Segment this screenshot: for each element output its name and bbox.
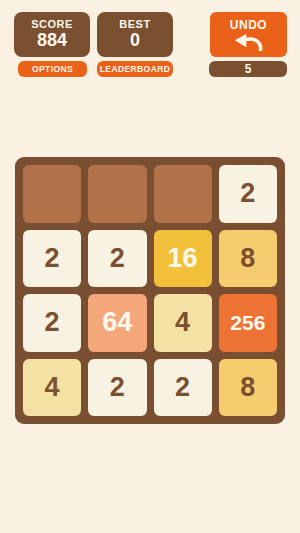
empty-cell-r1c1 xyxy=(23,165,81,223)
tile-2-r2c1: 2 xyxy=(23,230,81,288)
empty-cell-r1c3 xyxy=(154,165,212,223)
score-box: SCORE 884 xyxy=(14,12,90,57)
leaderboard-button[interactable]: LEADERBOARD xyxy=(97,61,173,77)
score-label: SCORE xyxy=(31,18,73,31)
best-box: BEST 0 xyxy=(97,12,173,57)
score-value: 884 xyxy=(37,30,67,51)
undo-count-badge: 5 xyxy=(209,61,287,77)
tile-2-r4c2: 2 xyxy=(88,359,146,417)
best-label: BEST xyxy=(119,18,150,31)
tile-16-r2c3: 16 xyxy=(154,230,212,288)
tile-2-r3c1: 2 xyxy=(23,294,81,352)
tile-256-r3c4: 256 xyxy=(219,294,277,352)
undo-arrow-icon xyxy=(233,33,265,51)
tile-2-r1c4: 2 xyxy=(219,165,277,223)
board[interactable]: 22216826442564228 xyxy=(15,157,285,424)
leaderboard-label: LEADERBOARD xyxy=(100,64,171,74)
options-label: OPTIONS xyxy=(32,64,73,74)
tile-8-r4c4: 8 xyxy=(219,359,277,417)
undo-label: UNDO xyxy=(230,18,267,32)
tile-2-r4c3: 2 xyxy=(154,359,212,417)
tile-2-r2c2: 2 xyxy=(88,230,146,288)
tile-64-r3c2: 64 xyxy=(88,294,146,352)
tile-4-r3c3: 4 xyxy=(154,294,212,352)
tile-4-r4c1: 4 xyxy=(23,359,81,417)
options-button[interactable]: OPTIONS xyxy=(18,61,87,77)
undo-count-value: 5 xyxy=(245,62,252,76)
tile-8-r2c4: 8 xyxy=(219,230,277,288)
best-value: 0 xyxy=(130,30,140,51)
undo-button[interactable]: UNDO xyxy=(210,12,287,57)
empty-cell-r1c2 xyxy=(88,165,146,223)
